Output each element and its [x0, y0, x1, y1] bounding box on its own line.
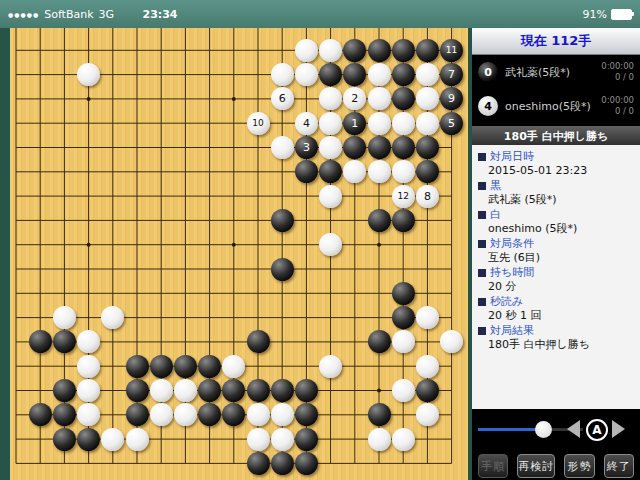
white-stone: [271, 136, 294, 159]
white-stone: [368, 87, 391, 110]
white-stone: [271, 63, 294, 86]
white-stone: 6: [271, 87, 294, 110]
black-stone: [77, 428, 100, 451]
black-capture-badge: 0: [478, 62, 498, 82]
black-stone: [392, 209, 415, 232]
white-stone: [247, 428, 270, 451]
bullet-icon: [478, 211, 486, 219]
white-stone: [53, 306, 76, 329]
info-label: 黒: [478, 179, 634, 193]
move-number-label: 7: [448, 69, 455, 80]
info-label: 対局日時: [478, 150, 634, 164]
white-stone: 8: [416, 185, 439, 208]
move-number-label: 1: [351, 118, 358, 129]
info-label-text: 黒: [490, 179, 501, 193]
black-stone: [247, 452, 270, 475]
go-board[interactable]: 117629104153128: [10, 28, 468, 480]
status-right: 91%: [583, 0, 632, 28]
move-number-label: 4: [303, 118, 310, 129]
white-stone: [319, 185, 342, 208]
white-capture-badge: 4: [478, 96, 498, 116]
info-value: 2015-05-01 23:23: [478, 164, 634, 178]
black-stone: [392, 306, 415, 329]
black-stone: [271, 258, 294, 281]
white-stone: [392, 112, 415, 135]
black-stone: [271, 209, 294, 232]
black-stone: [29, 330, 52, 353]
info-value: oneshimo (5段*): [478, 222, 634, 236]
info-label-text: 秒読み: [490, 295, 523, 309]
black-stone: [53, 379, 76, 402]
black-stone: [29, 403, 52, 426]
black-stone: [368, 209, 391, 232]
white-stone: [416, 306, 439, 329]
white-stone: [295, 63, 318, 86]
black-stone: [392, 136, 415, 159]
black-stone: [271, 452, 294, 475]
black-stone: [247, 379, 270, 402]
bullet-icon: [478, 240, 486, 248]
white-time-main: 0:00:00: [601, 95, 634, 105]
move-number-label: 3: [303, 142, 310, 153]
info-label: 対局結果: [478, 324, 634, 338]
keisei-button[interactable]: 形勢: [564, 454, 594, 478]
white-stone: [77, 379, 100, 402]
white-stone: [319, 136, 342, 159]
white-stone: [150, 379, 173, 402]
black-stone: [392, 39, 415, 62]
info-value: 180手 白中押し勝ち: [478, 338, 634, 352]
black-stone: [416, 136, 439, 159]
black-stone: [150, 355, 173, 378]
move-number-label: 11: [446, 46, 457, 55]
move-number-label: 12: [397, 192, 408, 201]
black-stone: [198, 355, 221, 378]
player-row-white[interactable]: 4 oneshimo(5段*) 0:00:00 0 / 0: [472, 89, 640, 123]
current-move-label: 現在 112手: [521, 32, 592, 50]
black-stone: [392, 63, 415, 86]
battery-percent-label: 91%: [583, 8, 607, 21]
clock-label: 23:34: [0, 8, 320, 21]
white-stone: [368, 63, 391, 86]
black-stone: [368, 39, 391, 62]
footer-buttons: 手順 再検討 形勢 終了: [472, 454, 640, 478]
black-stone: 3: [295, 136, 318, 159]
tejun-button[interactable]: 手順: [478, 454, 508, 478]
move-number-label: 5: [448, 118, 455, 129]
black-stone: [126, 379, 149, 402]
white-stone: [368, 428, 391, 451]
move-number-label: 2: [351, 93, 358, 104]
white-stone: [368, 160, 391, 183]
info-value: 20 秒 1 回: [478, 309, 634, 323]
info-label: 秒読み: [478, 295, 634, 309]
bullet-icon: [478, 269, 486, 277]
black-stone: [271, 379, 294, 402]
black-stone: [295, 452, 318, 475]
move-number-label: 9: [448, 93, 455, 104]
white-player-name: oneshimo(5段*): [505, 99, 594, 114]
info-label-text: 対局日時: [490, 150, 534, 164]
info-value: 20 分: [478, 280, 634, 294]
white-stone: [319, 39, 342, 62]
white-stone: [126, 428, 149, 451]
white-time-periods: 0 / 0: [615, 106, 634, 116]
white-stone: [416, 112, 439, 135]
status-bar: ●●●●● SoftBank 3G 23:34 91%: [0, 0, 640, 28]
black-stone: [198, 379, 221, 402]
white-stone: [101, 428, 124, 451]
black-player-name: 武礼薬(5段*): [505, 65, 594, 80]
info-label-text: 持ち時間: [490, 266, 534, 280]
white-stone: [319, 355, 342, 378]
info-label: 持ち時間: [478, 266, 634, 280]
white-stone: [247, 403, 270, 426]
current-move-header: 現在 112手: [472, 28, 640, 55]
bullet-icon: [478, 182, 486, 190]
black-stone: [392, 282, 415, 305]
info-label-text: 対局条件: [490, 237, 534, 251]
black-player-time: 0:00:00 0 / 0: [601, 61, 634, 83]
black-stone: 11: [440, 39, 463, 62]
move-slider-thumb[interactable]: [535, 421, 552, 438]
move-slider-fill: [478, 428, 543, 431]
white-stone: [77, 355, 100, 378]
bullet-icon: [478, 298, 486, 306]
black-stone: [174, 355, 197, 378]
info-value: 武礼薬 (5段*): [478, 193, 634, 207]
black-stone: [368, 330, 391, 353]
black-stone: [126, 355, 149, 378]
battery-icon: [611, 9, 632, 20]
shuryo-button[interactable]: 終了: [604, 454, 634, 478]
black-stone: 5: [440, 112, 463, 135]
black-stone: [392, 87, 415, 110]
next-move-button[interactable]: [612, 420, 625, 438]
black-time-main: 0:00:00: [601, 61, 634, 71]
app-screen: ●●●●● SoftBank 3G 23:34 91% 117629104153…: [0, 0, 640, 480]
move-number-label: 8: [424, 191, 431, 202]
black-stone: 1: [343, 112, 366, 135]
playback-controls: A: [472, 409, 640, 449]
white-player-time: 0:00:00 0 / 0: [601, 95, 634, 117]
white-stone: [416, 63, 439, 86]
black-stone: [368, 403, 391, 426]
info-label: 対局条件: [478, 237, 634, 251]
white-stone: [222, 355, 245, 378]
info-value: 互先 (6目): [478, 251, 634, 265]
info-label-text: 白: [490, 208, 501, 222]
sidebar: 現在 112手 0 武礼薬(5段*) 0:00:00 0 / 0 4 onesh…: [472, 28, 640, 480]
black-stone: [53, 428, 76, 451]
saikento-button[interactable]: 再検討: [517, 454, 555, 478]
white-stone: [392, 379, 415, 402]
white-stone: [392, 330, 415, 353]
white-stone: [295, 39, 318, 62]
black-stone: [343, 39, 366, 62]
bullet-icon: [478, 153, 486, 161]
black-stone: [295, 379, 318, 402]
game-info-panel: 対局日時2015-05-01 23:23黒武礼薬 (5段*)白oneshimo …: [472, 145, 640, 409]
black-stone: [295, 428, 318, 451]
white-stone: [392, 428, 415, 451]
bullet-icon: [478, 327, 486, 335]
white-stone: [150, 403, 173, 426]
white-stone: [174, 379, 197, 402]
black-stone: [247, 330, 270, 353]
white-stone: 4: [295, 112, 318, 135]
white-stone: [416, 355, 439, 378]
white-stone: [368, 112, 391, 135]
player-row-black[interactable]: 0 武礼薬(5段*) 0:00:00 0 / 0: [472, 55, 640, 89]
game-result-bar: 180手 白中押し勝ち: [472, 126, 640, 146]
white-stone: 10: [247, 112, 270, 135]
black-stone: [416, 39, 439, 62]
white-stone: [271, 428, 294, 451]
white-stone: [319, 112, 342, 135]
black-time-periods: 0 / 0: [615, 72, 634, 82]
auto-play-button[interactable]: A: [586, 419, 608, 441]
move-number-label: 6: [279, 93, 286, 104]
white-stone: [392, 160, 415, 183]
black-stone: [416, 379, 439, 402]
prev-move-button[interactable]: [567, 420, 580, 438]
white-stone: 12: [392, 185, 415, 208]
info-label: 白: [478, 208, 634, 222]
black-stone: [368, 136, 391, 159]
info-label-text: 対局結果: [490, 324, 534, 338]
black-stone: [126, 403, 149, 426]
white-stone: [271, 403, 294, 426]
move-number-label: 10: [252, 119, 263, 128]
